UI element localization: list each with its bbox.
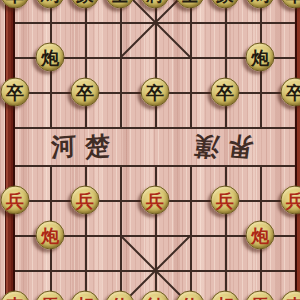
piece-glyph: 卒 (6, 83, 24, 101)
piece-glyph: 車 (6, 0, 24, 3)
piece-glyph: 兵 (286, 191, 300, 209)
piece-glyph: 兵 (216, 191, 234, 209)
board-point[interactable] (190, 235, 225, 270)
board-point[interactable] (155, 235, 190, 270)
piece-glyph: 兵 (6, 191, 24, 209)
river-character: 漢 (192, 129, 222, 164)
piece-glyph: 炮 (251, 226, 269, 244)
piece-glyph: 炮 (41, 48, 59, 66)
river-label-han-border: 漢界 (194, 130, 253, 162)
piece-glyph: 相 (216, 296, 234, 300)
board-point[interactable] (15, 127, 50, 165)
river-character: 河 (51, 128, 76, 163)
piece-red-soldier[interactable]: 兵 (141, 186, 170, 215)
piece-glyph: 馬 (251, 0, 269, 3)
piece-glyph: 馬 (41, 296, 59, 300)
piece-glyph: 象 (76, 0, 94, 3)
piece-red-soldier[interactable]: 兵 (1, 186, 30, 215)
piece-glyph: 馬 (41, 0, 59, 3)
piece-glyph: 仕 (111, 296, 129, 300)
piece-glyph: 相 (76, 296, 94, 300)
piece-red-cannon[interactable]: 炮 (246, 221, 275, 250)
piece-glyph: 兵 (76, 191, 94, 209)
xiangqi-board-screen: 楚河 漢界 車馬象士將士象馬車炮炮卒卒卒卒卒兵兵兵兵兵炮炮車馬相仕帥仕相馬車 (0, 0, 300, 300)
piece-glyph: 象 (216, 0, 234, 3)
piece-glyph: 士 (181, 0, 199, 3)
river-label-chu-river: 楚河 (51, 130, 110, 162)
board-point[interactable] (155, 22, 190, 57)
board-frame-right (295, 0, 300, 300)
piece-glyph: 將 (146, 0, 164, 3)
piece-glyph: 卒 (216, 83, 234, 101)
piece-glyph: 車 (286, 0, 300, 3)
piece-black-soldier[interactable]: 卒 (71, 78, 100, 107)
piece-red-soldier[interactable]: 兵 (211, 186, 240, 215)
piece-black-cannon[interactable]: 炮 (36, 43, 65, 72)
piece-black-soldier[interactable]: 卒 (211, 78, 240, 107)
board-point[interactable] (120, 127, 155, 165)
piece-glyph: 士 (111, 0, 129, 3)
board-point[interactable] (120, 235, 155, 270)
piece-glyph: 卒 (76, 83, 94, 101)
board-point[interactable] (260, 127, 295, 165)
piece-glyph: 兵 (146, 191, 164, 209)
piece-glyph: 炮 (41, 226, 59, 244)
piece-black-soldier[interactable]: 卒 (1, 78, 30, 107)
piece-glyph: 卒 (146, 83, 164, 101)
piece-glyph: 車 (286, 296, 300, 300)
piece-black-soldier[interactable]: 卒 (141, 78, 170, 107)
piece-glyph: 車 (6, 296, 24, 300)
piece-glyph: 炮 (251, 48, 269, 66)
board-point[interactable] (120, 22, 155, 57)
river-character: 楚 (85, 128, 110, 163)
board-point[interactable] (155, 127, 190, 165)
piece-glyph: 馬 (251, 296, 269, 300)
piece-black-cannon[interactable]: 炮 (246, 43, 275, 72)
river-character: 界 (226, 129, 256, 164)
piece-glyph: 帥 (146, 296, 164, 300)
piece-glyph: 卒 (286, 83, 300, 101)
piece-red-cannon[interactable]: 炮 (36, 221, 65, 250)
board-point[interactable] (190, 22, 225, 57)
piece-glyph: 仕 (181, 296, 199, 300)
piece-red-soldier[interactable]: 兵 (71, 186, 100, 215)
board-point[interactable] (85, 22, 120, 57)
board-point[interactable] (85, 235, 120, 270)
board-frame-left (5, 0, 15, 300)
